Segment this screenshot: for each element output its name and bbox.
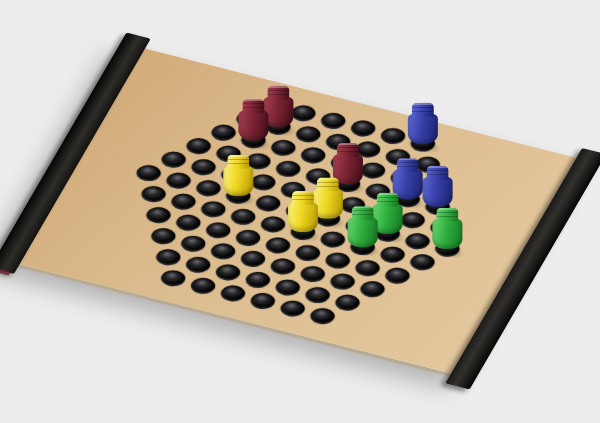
game-board: [2, 44, 594, 378]
peg-body: [223, 165, 253, 195]
peg-cylinder: [408, 102, 438, 143]
board-hole[interactable]: [133, 162, 164, 182]
peg-lid: [377, 192, 399, 206]
board-hole[interactable]: [153, 247, 184, 267]
peg-cylinder: [288, 191, 318, 232]
photo-scene: [0, 0, 600, 423]
peg-cylinder: [223, 154, 253, 195]
peg-lid: [412, 102, 434, 116]
board-hole[interactable]: [158, 268, 189, 288]
board-hole[interactable]: [277, 298, 308, 318]
peg-body: [408, 113, 438, 143]
peg-body: [288, 202, 318, 232]
board-hole[interactable]: [143, 204, 174, 224]
peg-lid: [337, 143, 359, 157]
peg-lid: [427, 165, 449, 179]
peg-lid: [397, 158, 419, 172]
peg-body: [348, 217, 378, 247]
peg-lid: [267, 85, 289, 99]
board-hole[interactable]: [188, 275, 219, 295]
peg-cylinder: [423, 165, 453, 206]
board-hole[interactable]: [307, 305, 338, 325]
board-hole[interactable]: [148, 226, 179, 246]
board-hole[interactable]: [247, 290, 278, 310]
peg-lid: [292, 191, 314, 205]
board-hole[interactable]: [138, 183, 169, 203]
peg-cylinder: [348, 206, 378, 247]
peg-lid: [242, 99, 264, 113]
board-hole[interactable]: [217, 283, 248, 303]
peg-body: [238, 110, 268, 140]
peg-lid: [227, 154, 249, 168]
peg-body: [423, 176, 453, 206]
peg-cylinder: [432, 207, 462, 248]
peg-body: [432, 218, 462, 248]
peg-lid: [436, 207, 458, 221]
peg-lid: [317, 177, 339, 191]
peg-lid: [352, 206, 374, 220]
peg-cylinder: [238, 99, 268, 140]
